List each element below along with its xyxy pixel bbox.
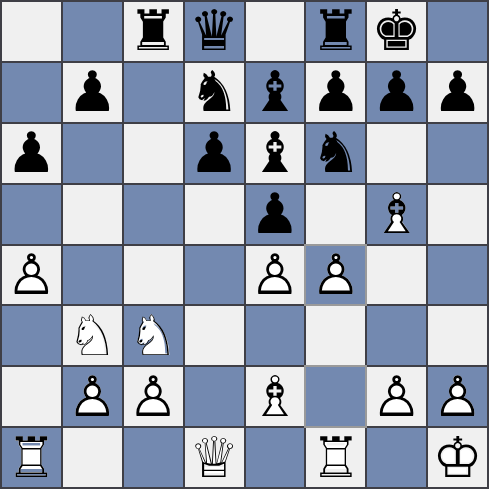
piece-glyph-outline: ♔ [432, 430, 482, 486]
piece-glyph-outline: ♖ [311, 430, 361, 486]
square-a3[interactable] [2, 306, 61, 365]
square-b8[interactable] [63, 2, 122, 61]
piece-black-rook[interactable]: ♜ [124, 2, 183, 61]
piece-black-pawn[interactable]: ♟ [428, 63, 487, 122]
square-f5[interactable] [306, 185, 365, 244]
piece-black-queen[interactable]: ♛ [185, 2, 244, 61]
piece-black-pawn[interactable]: ♟ [306, 63, 365, 122]
square-f6[interactable]: ♞ [306, 124, 365, 183]
piece-glyph: ♝ [250, 64, 300, 120]
square-d4[interactable] [185, 246, 244, 305]
square-b7[interactable]: ♟ [63, 63, 122, 122]
square-f7[interactable]: ♟ [306, 63, 365, 122]
chess-board: ♜♛♜♚♟♞♝♟♟♟♟♟♝♞♟♝♗♟♙♟♙♟♙♞♘♞♘♟♙♟♙♝♗♟♙♟♙♜♖♛… [0, 0, 489, 489]
square-h4[interactable] [428, 246, 487, 305]
piece-white-rook[interactable]: ♜♖ [2, 428, 61, 487]
piece-white-pawn[interactable]: ♟♙ [367, 367, 426, 426]
square-e6[interactable]: ♝ [246, 124, 305, 183]
piece-glyph-outline: ♗ [250, 369, 300, 425]
square-d2[interactable] [185, 367, 244, 426]
square-f8[interactable]: ♜ [306, 2, 365, 61]
square-c8[interactable]: ♜ [124, 2, 183, 61]
piece-glyph: ♜ [128, 3, 178, 59]
piece-white-pawn[interactable]: ♟♙ [2, 246, 61, 305]
piece-glyph-outline: ♙ [67, 369, 117, 425]
piece-glyph: ♟ [189, 125, 239, 181]
square-g4[interactable] [367, 246, 426, 305]
square-c4[interactable] [124, 246, 183, 305]
square-h6[interactable] [428, 124, 487, 183]
square-g7[interactable]: ♟ [367, 63, 426, 122]
piece-glyph-outline: ♙ [250, 247, 300, 303]
square-e4[interactable]: ♟♙ [246, 246, 305, 305]
piece-glyph: ♛ [189, 3, 239, 59]
square-d1[interactable]: ♛♕ [185, 428, 244, 487]
square-b3[interactable]: ♞♘ [63, 306, 122, 365]
square-c7[interactable] [124, 63, 183, 122]
square-f2[interactable] [306, 367, 365, 426]
square-c1[interactable] [124, 428, 183, 487]
square-h8[interactable] [428, 2, 487, 61]
square-a5[interactable] [2, 185, 61, 244]
piece-white-queen[interactable]: ♛♕ [185, 428, 244, 487]
piece-glyph: ♜ [311, 3, 361, 59]
square-a2[interactable] [2, 367, 61, 426]
piece-glyph: ♟ [250, 186, 300, 242]
piece-black-knight[interactable]: ♞ [185, 63, 244, 122]
piece-white-pawn[interactable]: ♟♙ [246, 246, 305, 305]
piece-glyph-outline: ♗ [372, 186, 422, 242]
square-h2[interactable]: ♟♙ [428, 367, 487, 426]
square-g1[interactable] [367, 428, 426, 487]
piece-white-knight[interactable]: ♞♘ [124, 306, 183, 365]
square-h1[interactable]: ♚♔ [428, 428, 487, 487]
square-f3[interactable] [306, 306, 365, 365]
square-b6[interactable] [63, 124, 122, 183]
square-g3[interactable] [367, 306, 426, 365]
square-a4[interactable]: ♟♙ [2, 246, 61, 305]
piece-black-pawn[interactable]: ♟ [367, 63, 426, 122]
square-e2[interactable]: ♝♗ [246, 367, 305, 426]
piece-glyph: ♞ [189, 64, 239, 120]
piece-glyph: ♚ [372, 3, 422, 59]
piece-glyph-outline: ♙ [128, 369, 178, 425]
piece-black-bishop[interactable]: ♝ [246, 63, 305, 122]
square-g8[interactable]: ♚ [367, 2, 426, 61]
square-b1[interactable] [63, 428, 122, 487]
piece-white-bishop[interactable]: ♝♗ [246, 367, 305, 426]
square-b2[interactable]: ♟♙ [63, 367, 122, 426]
square-a6[interactable]: ♟ [2, 124, 61, 183]
piece-white-pawn[interactable]: ♟♙ [124, 367, 183, 426]
piece-black-pawn[interactable]: ♟ [246, 185, 305, 244]
piece-glyph: ♟ [6, 125, 56, 181]
piece-black-knight[interactable]: ♞ [306, 124, 365, 183]
piece-white-knight[interactable]: ♞♘ [63, 306, 122, 365]
square-e3[interactable] [246, 306, 305, 365]
piece-glyph: ♟ [432, 64, 482, 120]
piece-black-pawn[interactable]: ♟ [63, 63, 122, 122]
piece-black-pawn[interactable]: ♟ [2, 124, 61, 183]
square-d3[interactable] [185, 306, 244, 365]
piece-glyph-outline: ♙ [432, 369, 482, 425]
square-a7[interactable] [2, 63, 61, 122]
piece-glyph-outline: ♙ [6, 247, 56, 303]
piece-glyph-outline: ♖ [6, 430, 56, 486]
square-f4[interactable]: ♟♙ [306, 246, 365, 305]
square-e8[interactable] [246, 2, 305, 61]
square-b5[interactable] [63, 185, 122, 244]
square-g6[interactable] [367, 124, 426, 183]
piece-glyph: ♟ [311, 64, 361, 120]
square-h7[interactable]: ♟ [428, 63, 487, 122]
square-e7[interactable]: ♝ [246, 63, 305, 122]
square-c2[interactable]: ♟♙ [124, 367, 183, 426]
piece-white-pawn[interactable]: ♟♙ [306, 246, 365, 305]
piece-glyph-outline: ♙ [311, 247, 361, 303]
piece-black-king[interactable]: ♚ [367, 2, 426, 61]
square-a1[interactable]: ♜♖ [2, 428, 61, 487]
piece-glyph: ♟ [67, 64, 117, 120]
square-g5[interactable]: ♝♗ [367, 185, 426, 244]
square-g2[interactable]: ♟♙ [367, 367, 426, 426]
square-c6[interactable] [124, 124, 183, 183]
piece-glyph-outline: ♙ [372, 369, 422, 425]
piece-white-rook[interactable]: ♜♖ [306, 428, 365, 487]
piece-glyph: ♞ [311, 125, 361, 181]
piece-glyph-outline: ♘ [128, 308, 178, 364]
square-h3[interactable] [428, 306, 487, 365]
piece-white-bishop[interactable]: ♝♗ [367, 185, 426, 244]
square-a8[interactable] [2, 2, 61, 61]
square-d6[interactable]: ♟ [185, 124, 244, 183]
piece-black-bishop[interactable]: ♝ [246, 124, 305, 183]
square-d5[interactable] [185, 185, 244, 244]
square-d8[interactable]: ♛ [185, 2, 244, 61]
piece-glyph-outline: ♘ [67, 308, 117, 364]
piece-black-pawn[interactable]: ♟ [185, 124, 244, 183]
square-e5[interactable]: ♟ [246, 185, 305, 244]
piece-white-pawn[interactable]: ♟♙ [428, 367, 487, 426]
square-c5[interactable] [124, 185, 183, 244]
piece-glyph-outline: ♕ [189, 430, 239, 486]
piece-white-king[interactable]: ♚♔ [428, 428, 487, 487]
piece-glyph: ♝ [250, 125, 300, 181]
piece-glyph: ♟ [372, 64, 422, 120]
square-e1[interactable] [246, 428, 305, 487]
square-f1[interactable]: ♜♖ [306, 428, 365, 487]
piece-black-rook[interactable]: ♜ [306, 2, 365, 61]
square-b4[interactable] [63, 246, 122, 305]
square-d7[interactable]: ♞ [185, 63, 244, 122]
piece-white-pawn[interactable]: ♟♙ [63, 367, 122, 426]
square-h5[interactable] [428, 185, 487, 244]
square-c3[interactable]: ♞♘ [124, 306, 183, 365]
